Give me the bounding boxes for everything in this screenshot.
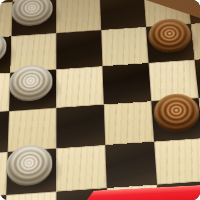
checker-piece-white[interactable]: ⛀ — [0, 30, 7, 67]
board-square[interactable]: ⛂ — [146, 24, 195, 63]
checker-piece-copper[interactable]: ⛂ — [153, 92, 200, 133]
board-square[interactable] — [154, 138, 200, 184]
board-square[interactable]: ⛀ — [9, 69, 56, 111]
board-scene: ⛂⛀⛀⛂⛀⛂⛀ — [0, 0, 200, 200]
checker-glyph: ⛂ — [153, 92, 200, 133]
board-square[interactable] — [101, 27, 148, 66]
board-square[interactable] — [56, 30, 102, 69]
board-square[interactable]: ⛂ — [151, 98, 200, 142]
board-square[interactable] — [104, 101, 154, 145]
board-square[interactable] — [56, 0, 101, 33]
checker-glyph: ⛀ — [8, 64, 52, 103]
checkers-board: ⛂⛀⛀⛂⛀⛂⛀ — [0, 0, 200, 200]
board-square[interactable] — [56, 145, 106, 192]
checker-glyph: ⛂ — [147, 17, 193, 54]
board-square[interactable] — [56, 105, 105, 149]
game-viewport: ⛂⛀⛀⛂⛀⛂⛀ — [0, 0, 200, 200]
board-square[interactable]: ⛀ — [12, 0, 57, 36]
checker-piece-white[interactable]: ⛀ — [8, 64, 52, 103]
checker-glyph: ⛀ — [0, 30, 7, 67]
checker-glyph: ⛀ — [5, 144, 52, 188]
board-square[interactable]: ⛀ — [6, 148, 56, 195]
board-square[interactable] — [5, 192, 57, 200]
board-square[interactable] — [105, 142, 157, 188]
checker-piece-white[interactable]: ⛀ — [11, 0, 53, 27]
board-square[interactable] — [102, 63, 151, 104]
checker-piece-white[interactable]: ⛀ — [5, 144, 52, 188]
board-square[interactable] — [100, 0, 146, 30]
checker-glyph: ⛀ — [11, 0, 53, 27]
checker-piece-copper[interactable]: ⛂ — [147, 17, 193, 54]
board-square[interactable] — [56, 66, 103, 108]
